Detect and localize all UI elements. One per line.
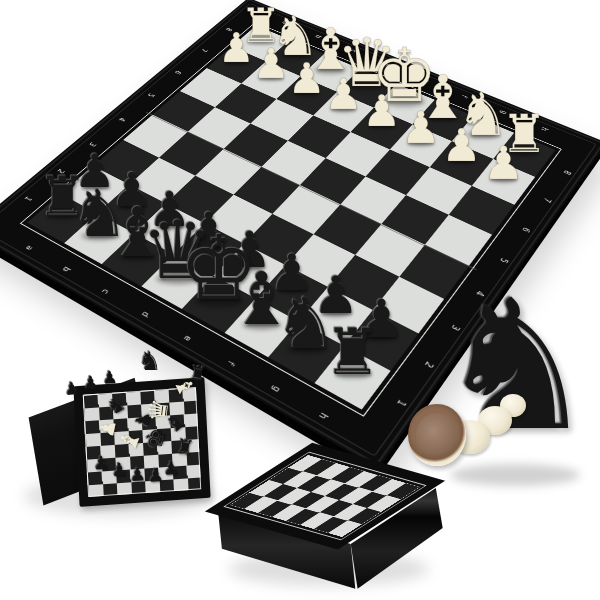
detail-pieces: ♞	[398, 308, 600, 498]
mini-stuck-piece-black-k: ♚	[141, 425, 170, 453]
coord-file-top-d: d	[384, 63, 392, 68]
coord-rank-left-3: 3	[87, 141, 96, 147]
mini-stuck-piece-black-n: ♞	[104, 392, 129, 418]
coord-rank-left-4: 4	[117, 116, 126, 121]
mini-stuck-piece-black-p: ♟	[93, 454, 110, 473]
coord-rank-left-1: 1	[22, 195, 32, 201]
mini-stuck-piece-black-r: ♜	[175, 436, 196, 458]
coord-file-top-b: b	[314, 34, 322, 39]
mini-stuck-piece-black-p: ♟	[163, 459, 180, 478]
mini-board-grid: ♟♝♛♞♟♚♝♟♟♟♟♟♜	[83, 387, 201, 497]
coord-file-top-f: f	[460, 94, 468, 98]
coord-rank-right-6: 6	[520, 226, 530, 233]
coord-rank-left-6: 6	[173, 69, 181, 74]
mini-stuck-piece-black-p: ♟	[129, 465, 146, 484]
mini-stuck-piece-white-q: ♛	[144, 397, 172, 423]
coord-file-top-c: c	[349, 48, 357, 52]
mini-stuck-piece-black-p: ♟	[147, 466, 164, 485]
mini-stuck-piece-black-p: ♟	[111, 460, 128, 479]
coord-file-top-h: h	[539, 126, 548, 132]
coord-rank-left-8: 8	[224, 27, 232, 32]
coord-rank-right-8: 8	[562, 169, 571, 175]
coord-file-top-a: a	[280, 20, 288, 24]
coord-rank-left-2: 2	[56, 168, 65, 174]
coord-file-bottom-b: b	[61, 265, 71, 272]
magnetic-felt-base	[408, 404, 466, 466]
product-photo-stage: aa88bb77cc66dd55ee44ff33gg22hh11 ♜♞♝♛♚♝♞…	[0, 0, 600, 600]
coord-rank-left-7: 7	[199, 48, 207, 53]
coord-file-top-g: g	[499, 110, 508, 115]
mini-board-face: ♟♝♛♞♟♚♝♟♟♟♟♟♜	[73, 377, 210, 507]
coord-rank-right-7: 7	[541, 197, 551, 203]
mini-open-board: ♟♝♛♞♟♚♝♟♟♟♟♟♜ ♟♟♟♞♜♝	[18, 358, 230, 538]
coord-file-bottom-h: h	[317, 411, 328, 420]
coord-file-bottom-e: e	[181, 334, 192, 342]
mini-stuck-piece-white-b: ♝	[115, 426, 145, 455]
mini-stuck-piece-white-p: ♟	[96, 417, 119, 439]
coord-file-bottom-c: c	[100, 288, 110, 295]
coord-file-top-e: e	[421, 78, 430, 83]
coord-rank-left-5: 5	[146, 92, 155, 97]
mini-stuck-piece-black-b: ♝	[162, 410, 189, 437]
mini-stuck-piece-black-p: ♟	[134, 412, 152, 429]
coord-file-bottom-a: a	[24, 244, 34, 251]
coord-file-bottom-d: d	[140, 310, 151, 318]
coord-file-bottom-g: g	[270, 384, 281, 393]
